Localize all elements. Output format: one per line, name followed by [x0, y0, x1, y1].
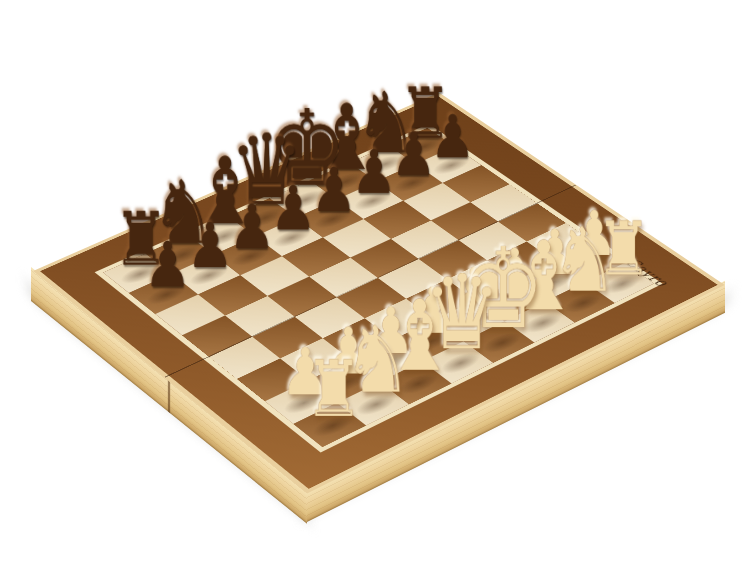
square-a1: ♜: [293, 403, 366, 447]
chess-board: ♜♞♝♛♚♝♞♜♟♟♟♟♟♟♟♟♟♟♟♟♟♟♟♟♜♞♝♛♚♝♞♜ Cayro: [33, 92, 725, 493]
black-pawn-glyph: ♟: [108, 234, 226, 296]
white-rook-glyph: ♜: [272, 350, 396, 428]
product-photo-stage: ♜♞♝♛♚♝♞♜♟♟♟♟♟♟♟♟♟♟♟♟♟♟♟♟♜♞♝♛♚♝♞♜ Cayro: [0, 0, 750, 562]
